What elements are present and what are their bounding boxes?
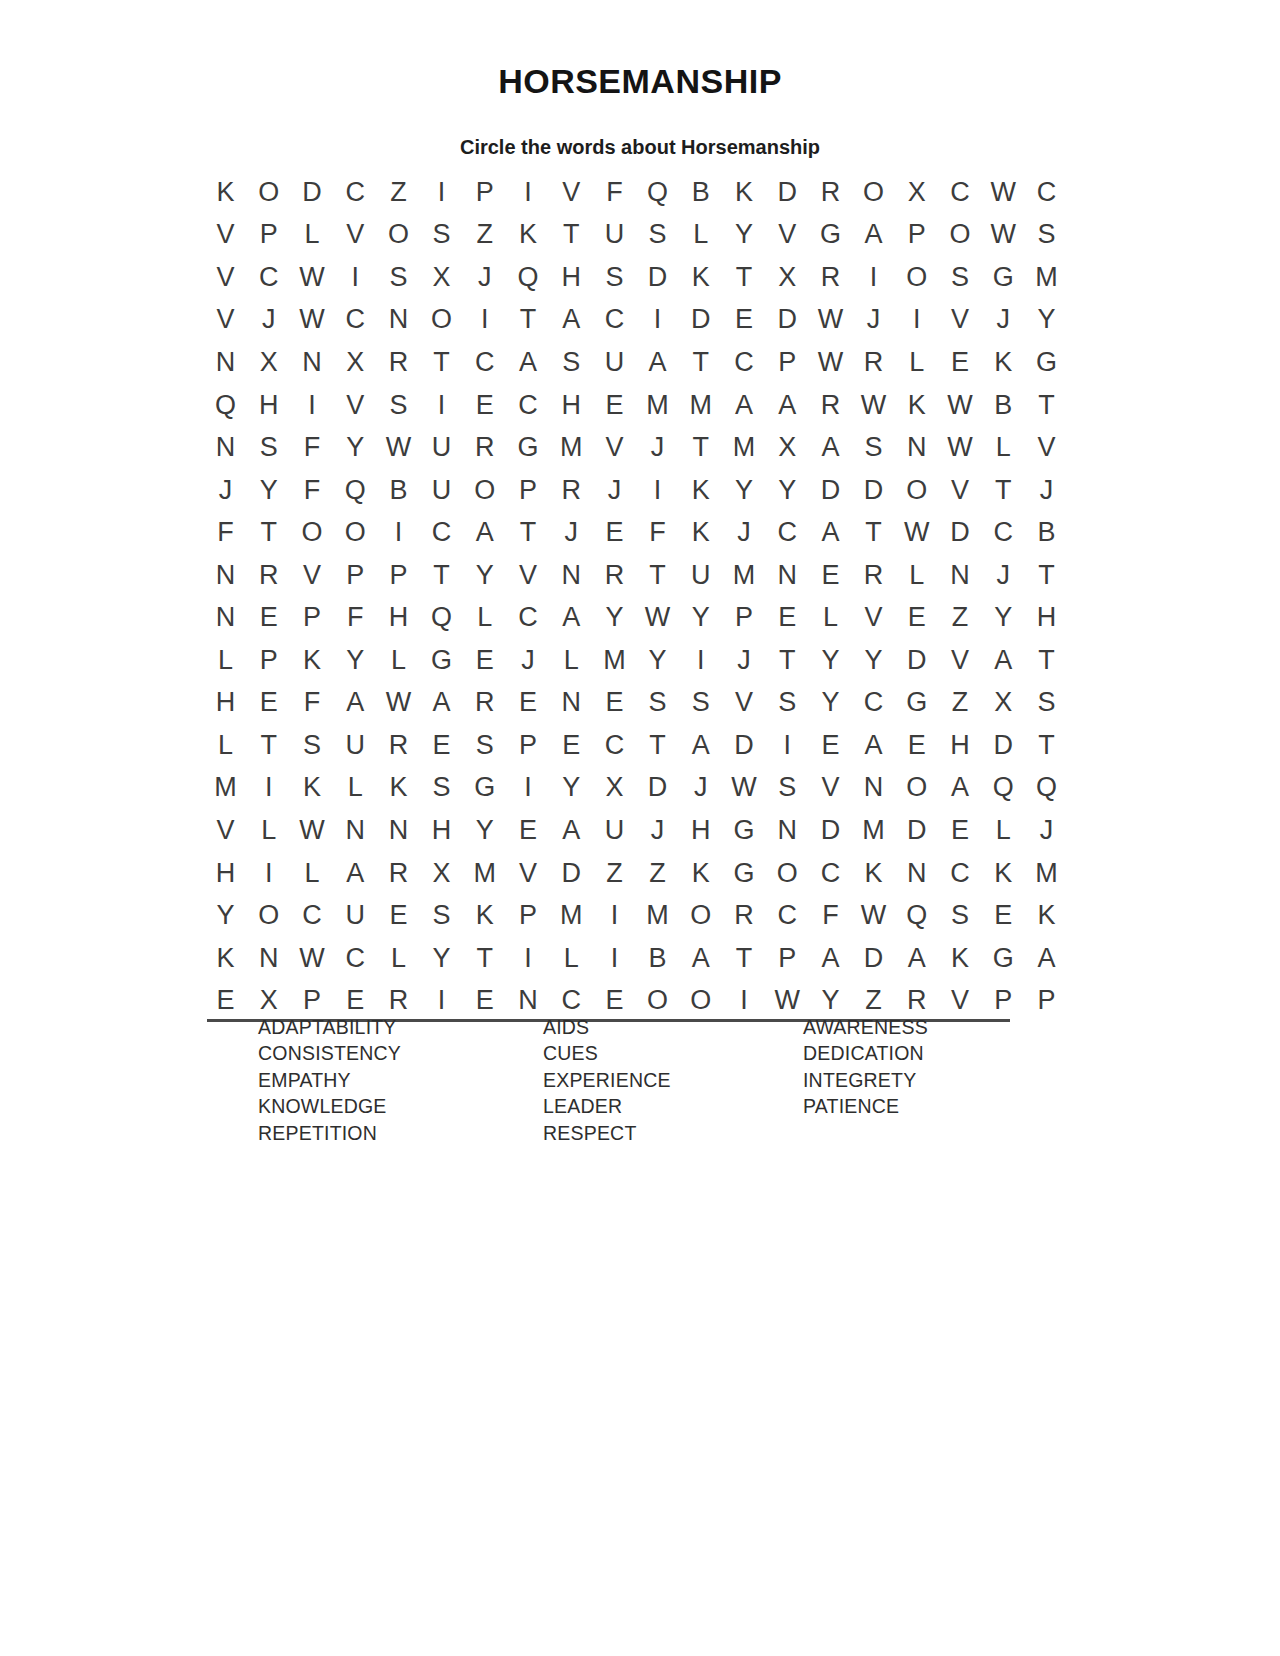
grid-cell[interactable]: M (722, 554, 765, 597)
grid-cell[interactable]: P (247, 639, 290, 682)
grid-cell[interactable]: O (895, 469, 938, 512)
grid-cell[interactable]: W (377, 426, 420, 469)
grid-cell[interactable]: K (895, 384, 938, 427)
grid-cell[interactable]: P (334, 554, 377, 597)
grid-cell[interactable]: O (377, 214, 420, 257)
grid-cell[interactable]: M (1025, 256, 1068, 299)
grid-cell[interactable]: W (377, 682, 420, 725)
grid-cell[interactable]: N (938, 554, 981, 597)
grid-cell[interactable]: F (290, 426, 333, 469)
grid-cell[interactable]: J (982, 299, 1025, 342)
grid-cell[interactable]: U (593, 214, 636, 257)
grid-cell[interactable]: N (766, 554, 809, 597)
grid-cell[interactable]: A (334, 682, 377, 725)
grid-cell[interactable]: M (550, 894, 593, 937)
grid-cell[interactable]: R (809, 256, 852, 299)
grid-cell[interactable]: N (204, 341, 247, 384)
grid-cell[interactable]: S (636, 214, 679, 257)
grid-cell[interactable]: I (463, 299, 506, 342)
grid-cell[interactable]: T (247, 511, 290, 554)
grid-cell[interactable]: W (938, 426, 981, 469)
grid-cell[interactable]: S (766, 682, 809, 725)
grid-cell[interactable]: C (1025, 171, 1068, 214)
grid-cell[interactable]: C (420, 511, 463, 554)
grid-cell[interactable]: V (852, 596, 895, 639)
grid-cell[interactable]: Z (938, 682, 981, 725)
grid-cell[interactable]: T (636, 724, 679, 767)
grid-cell[interactable]: E (895, 724, 938, 767)
grid-cell[interactable]: I (506, 937, 549, 980)
grid-cell[interactable]: Q (895, 894, 938, 937)
grid-cell[interactable]: I (593, 937, 636, 980)
grid-cell[interactable]: E (247, 596, 290, 639)
grid-cell[interactable]: E (550, 724, 593, 767)
grid-cell[interactable]: F (593, 171, 636, 214)
grid-cell[interactable]: O (247, 894, 290, 937)
grid-cell[interactable]: C (506, 384, 549, 427)
grid-cell[interactable]: A (463, 511, 506, 554)
grid-cell[interactable]: Y (679, 596, 722, 639)
grid-cell[interactable]: C (506, 596, 549, 639)
grid-cell[interactable]: V (506, 852, 549, 895)
grid-cell[interactable]: S (766, 767, 809, 810)
grid-cell[interactable]: E (593, 511, 636, 554)
grid-cell[interactable]: P (377, 554, 420, 597)
grid-cell[interactable]: I (247, 852, 290, 895)
grid-cell[interactable]: F (290, 682, 333, 725)
grid-cell[interactable]: G (463, 767, 506, 810)
grid-cell[interactable]: X (895, 171, 938, 214)
grid-cell[interactable]: A (809, 511, 852, 554)
grid-cell[interactable]: Q (204, 384, 247, 427)
grid-cell[interactable]: O (420, 299, 463, 342)
grid-cell[interactable]: L (895, 341, 938, 384)
grid-cell[interactable]: C (463, 341, 506, 384)
grid-cell[interactable]: Z (377, 171, 420, 214)
grid-cell[interactable]: O (463, 469, 506, 512)
grid-cell[interactable]: V (204, 809, 247, 852)
grid-cell[interactable]: S (636, 682, 679, 725)
grid-cell[interactable]: Y (420, 937, 463, 980)
grid-cell[interactable]: D (982, 724, 1025, 767)
grid-cell[interactable]: I (377, 511, 420, 554)
grid-cell[interactable]: O (679, 894, 722, 937)
grid-cell[interactable]: S (938, 894, 981, 937)
grid-cell[interactable]: H (550, 256, 593, 299)
grid-cell[interactable]: E (593, 682, 636, 725)
grid-cell[interactable]: L (247, 809, 290, 852)
grid-cell[interactable]: V (593, 426, 636, 469)
grid-cell[interactable]: A (852, 214, 895, 257)
grid-cell[interactable]: N (334, 809, 377, 852)
grid-cell[interactable]: W (982, 214, 1025, 257)
grid-cell[interactable]: R (809, 384, 852, 427)
grid-cell[interactable]: V (550, 171, 593, 214)
grid-cell[interactable]: H (550, 384, 593, 427)
grid-cell[interactable]: C (766, 894, 809, 937)
grid-cell[interactable]: O (334, 511, 377, 554)
grid-cell[interactable]: U (420, 469, 463, 512)
grid-cell[interactable]: G (809, 214, 852, 257)
grid-cell[interactable]: Y (334, 426, 377, 469)
grid-cell[interactable]: A (550, 809, 593, 852)
grid-cell[interactable]: M (1025, 852, 1068, 895)
grid-cell[interactable]: L (204, 639, 247, 682)
grid-cell[interactable]: H (1025, 596, 1068, 639)
grid-cell[interactable]: K (204, 937, 247, 980)
grid-cell[interactable]: Q (1025, 767, 1068, 810)
grid-cell[interactable]: G (895, 682, 938, 725)
grid-cell[interactable]: D (895, 639, 938, 682)
grid-cell[interactable]: T (722, 256, 765, 299)
grid-cell[interactable]: L (290, 214, 333, 257)
grid-cell[interactable]: S (420, 214, 463, 257)
grid-cell[interactable]: A (766, 384, 809, 427)
grid-cell[interactable]: K (506, 214, 549, 257)
grid-cell[interactable]: C (334, 937, 377, 980)
grid-cell[interactable]: L (550, 639, 593, 682)
grid-cell[interactable]: T (636, 554, 679, 597)
grid-cell[interactable]: F (809, 894, 852, 937)
grid-cell[interactable]: L (334, 767, 377, 810)
grid-cell[interactable]: L (679, 214, 722, 257)
grid-cell[interactable]: S (290, 724, 333, 767)
grid-cell[interactable]: H (938, 724, 981, 767)
grid-cell[interactable]: E (593, 384, 636, 427)
grid-cell[interactable]: F (636, 511, 679, 554)
grid-cell[interactable]: G (506, 426, 549, 469)
grid-cell[interactable]: V (1025, 426, 1068, 469)
grid-cell[interactable]: D (636, 767, 679, 810)
grid-cell[interactable]: V (204, 214, 247, 257)
grid-cell[interactable]: L (809, 596, 852, 639)
grid-cell[interactable]: R (852, 554, 895, 597)
grid-cell[interactable]: B (1025, 511, 1068, 554)
grid-cell[interactable]: N (377, 299, 420, 342)
grid-cell[interactable]: N (377, 809, 420, 852)
grid-cell[interactable]: E (204, 979, 247, 1022)
grid-cell[interactable]: L (982, 809, 1025, 852)
grid-cell[interactable]: T (679, 341, 722, 384)
grid-cell[interactable]: P (506, 894, 549, 937)
grid-cell[interactable]: Y (722, 214, 765, 257)
grid-cell[interactable]: J (593, 469, 636, 512)
grid-cell[interactable]: T (1025, 639, 1068, 682)
grid-cell[interactable]: K (679, 256, 722, 299)
grid-cell[interactable]: O (290, 511, 333, 554)
grid-cell[interactable]: Y (809, 682, 852, 725)
grid-cell[interactable]: J (982, 554, 1025, 597)
grid-cell[interactable]: V (809, 767, 852, 810)
grid-cell[interactable]: T (506, 299, 549, 342)
grid-cell[interactable]: A (506, 341, 549, 384)
grid-cell[interactable]: D (895, 809, 938, 852)
grid-cell[interactable]: C (290, 894, 333, 937)
grid-cell[interactable]: I (506, 171, 549, 214)
grid-cell[interactable]: D (852, 937, 895, 980)
grid-cell[interactable]: U (334, 894, 377, 937)
grid-cell[interactable]: N (550, 554, 593, 597)
grid-cell[interactable]: K (463, 894, 506, 937)
grid-cell[interactable]: I (290, 384, 333, 427)
grid-cell[interactable]: E (809, 554, 852, 597)
grid-cell[interactable]: I (593, 894, 636, 937)
grid-cell[interactable]: W (852, 384, 895, 427)
grid-cell[interactable]: O (766, 852, 809, 895)
grid-cell[interactable]: Y (852, 639, 895, 682)
grid-cell[interactable]: L (204, 724, 247, 767)
grid-cell[interactable]: G (982, 937, 1025, 980)
grid-cell[interactable]: A (550, 596, 593, 639)
grid-cell[interactable]: S (938, 256, 981, 299)
grid-cell[interactable]: N (204, 596, 247, 639)
grid-cell[interactable]: C (334, 299, 377, 342)
grid-cell[interactable]: K (982, 341, 1025, 384)
grid-cell[interactable]: M (722, 426, 765, 469)
grid-cell[interactable]: M (679, 384, 722, 427)
grid-cell[interactable]: X (982, 682, 1025, 725)
grid-cell[interactable]: S (679, 682, 722, 725)
grid-cell[interactable]: P (506, 469, 549, 512)
grid-cell[interactable]: C (809, 852, 852, 895)
grid-cell[interactable]: K (722, 171, 765, 214)
grid-cell[interactable]: Y (766, 469, 809, 512)
grid-cell[interactable]: Q (636, 171, 679, 214)
grid-cell[interactable]: T (1025, 554, 1068, 597)
grid-cell[interactable]: F (204, 511, 247, 554)
grid-cell[interactable]: A (550, 299, 593, 342)
grid-cell[interactable]: N (204, 554, 247, 597)
grid-cell[interactable]: E (938, 341, 981, 384)
grid-cell[interactable]: J (204, 469, 247, 512)
grid-cell[interactable]: Y (636, 639, 679, 682)
grid-cell[interactable]: J (679, 767, 722, 810)
grid-cell[interactable]: B (377, 469, 420, 512)
grid-cell[interactable]: Y (550, 767, 593, 810)
grid-cell[interactable]: W (852, 894, 895, 937)
grid-cell[interactable]: M (593, 639, 636, 682)
grid-cell[interactable]: L (377, 937, 420, 980)
grid-cell[interactable]: P (766, 937, 809, 980)
grid-cell[interactable]: W (809, 341, 852, 384)
grid-cell[interactable]: E (895, 596, 938, 639)
grid-cell[interactable]: Z (593, 852, 636, 895)
grid-cell[interactable]: T (722, 937, 765, 980)
grid-cell[interactable]: G (722, 809, 765, 852)
grid-cell[interactable]: H (204, 682, 247, 725)
grid-cell[interactable]: D (550, 852, 593, 895)
grid-cell[interactable]: I (506, 767, 549, 810)
grid-cell[interactable]: J (636, 809, 679, 852)
grid-cell[interactable]: J (636, 426, 679, 469)
grid-cell[interactable]: E (247, 682, 290, 725)
grid-cell[interactable]: I (895, 299, 938, 342)
grid-cell[interactable]: K (938, 937, 981, 980)
grid-cell[interactable]: W (809, 299, 852, 342)
grid-cell[interactable]: P (982, 979, 1025, 1022)
grid-cell[interactable]: Y (463, 809, 506, 852)
grid-cell[interactable]: I (722, 979, 765, 1022)
grid-cell[interactable]: V (334, 214, 377, 257)
grid-cell[interactable]: P (506, 724, 549, 767)
grid-cell[interactable]: J (852, 299, 895, 342)
grid-cell[interactable]: H (679, 809, 722, 852)
grid-cell[interactable]: B (636, 937, 679, 980)
grid-cell[interactable]: V (334, 384, 377, 427)
grid-cell[interactable]: T (247, 724, 290, 767)
grid-cell[interactable]: J (722, 511, 765, 554)
grid-cell[interactable]: N (247, 937, 290, 980)
grid-cell[interactable]: D (290, 171, 333, 214)
grid-cell[interactable]: K (377, 767, 420, 810)
grid-cell[interactable]: K (204, 171, 247, 214)
grid-cell[interactable]: J (1025, 469, 1068, 512)
grid-cell[interactable]: V (938, 979, 981, 1022)
grid-cell[interactable]: F (290, 469, 333, 512)
grid-cell[interactable]: A (895, 937, 938, 980)
grid-cell[interactable]: R (550, 469, 593, 512)
grid-cell[interactable]: A (679, 724, 722, 767)
grid-cell[interactable]: C (766, 511, 809, 554)
grid-cell[interactable]: R (463, 426, 506, 469)
grid-cell[interactable]: M (463, 852, 506, 895)
grid-cell[interactable]: U (334, 724, 377, 767)
grid-cell[interactable]: V (204, 256, 247, 299)
grid-cell[interactable]: I (766, 724, 809, 767)
grid-cell[interactable]: H (377, 596, 420, 639)
grid-cell[interactable]: N (290, 341, 333, 384)
grid-cell[interactable]: N (204, 426, 247, 469)
grid-cell[interactable]: A (334, 852, 377, 895)
grid-cell[interactable]: Q (420, 596, 463, 639)
grid-cell[interactable]: J (247, 299, 290, 342)
grid-cell[interactable]: M (636, 384, 679, 427)
grid-cell[interactable]: E (982, 894, 1025, 937)
grid-cell[interactable]: N (766, 809, 809, 852)
grid-cell[interactable]: B (982, 384, 1025, 427)
grid-cell[interactable]: D (636, 256, 679, 299)
grid-cell[interactable]: D (766, 171, 809, 214)
grid-cell[interactable]: E (420, 724, 463, 767)
grid-cell[interactable]: I (420, 384, 463, 427)
grid-cell[interactable]: P (290, 596, 333, 639)
grid-cell[interactable]: R (377, 724, 420, 767)
grid-cell[interactable]: C (852, 682, 895, 725)
grid-cell[interactable]: O (247, 171, 290, 214)
grid-cell[interactable]: M (852, 809, 895, 852)
grid-cell[interactable]: N (550, 682, 593, 725)
grid-cell[interactable]: S (463, 724, 506, 767)
grid-cell[interactable]: E (506, 809, 549, 852)
grid-cell[interactable]: J (1025, 809, 1068, 852)
grid-cell[interactable]: D (809, 469, 852, 512)
grid-cell[interactable]: U (593, 809, 636, 852)
grid-cell[interactable]: L (895, 554, 938, 597)
grid-cell[interactable]: R (593, 554, 636, 597)
grid-cell[interactable]: X (420, 256, 463, 299)
grid-cell[interactable]: O (852, 171, 895, 214)
grid-cell[interactable]: V (290, 554, 333, 597)
grid-cell[interactable]: T (1025, 384, 1068, 427)
grid-cell[interactable]: A (1025, 937, 1068, 980)
grid-cell[interactable]: T (1025, 724, 1068, 767)
grid-cell[interactable]: S (1025, 214, 1068, 257)
grid-cell[interactable]: N (852, 767, 895, 810)
grid-cell[interactable]: Y (809, 639, 852, 682)
grid-cell[interactable]: X (420, 852, 463, 895)
grid-cell[interactable]: W (982, 171, 1025, 214)
grid-cell[interactable]: K (852, 852, 895, 895)
grid-cell[interactable]: E (938, 809, 981, 852)
grid-cell[interactable]: X (593, 767, 636, 810)
grid-cell[interactable]: W (722, 767, 765, 810)
grid-cell[interactable]: I (636, 299, 679, 342)
grid-cell[interactable]: T (506, 511, 549, 554)
grid-cell[interactable]: A (982, 639, 1025, 682)
grid-cell[interactable]: K (679, 852, 722, 895)
grid-cell[interactable]: S (1025, 682, 1068, 725)
grid-cell[interactable]: S (420, 767, 463, 810)
grid-cell[interactable]: L (463, 596, 506, 639)
grid-cell[interactable]: Y (722, 469, 765, 512)
grid-cell[interactable]: V (204, 299, 247, 342)
grid-cell[interactable]: E (809, 724, 852, 767)
grid-cell[interactable]: J (550, 511, 593, 554)
grid-cell[interactable]: E (377, 894, 420, 937)
grid-cell[interactable]: S (550, 341, 593, 384)
grid-cell[interactable]: L (290, 852, 333, 895)
grid-cell[interactable]: O (895, 767, 938, 810)
grid-cell[interactable]: Q (506, 256, 549, 299)
grid-cell[interactable]: I (420, 171, 463, 214)
grid-cell[interactable]: P (722, 596, 765, 639)
grid-cell[interactable]: D (852, 469, 895, 512)
grid-cell[interactable]: P (463, 171, 506, 214)
grid-cell[interactable]: R (852, 341, 895, 384)
grid-cell[interactable]: E (506, 682, 549, 725)
grid-cell[interactable]: A (420, 682, 463, 725)
grid-cell[interactable]: E (463, 639, 506, 682)
grid-cell[interactable]: V (938, 639, 981, 682)
grid-cell[interactable]: I (852, 256, 895, 299)
grid-cell[interactable]: K (679, 511, 722, 554)
grid-cell[interactable]: L (377, 639, 420, 682)
grid-cell[interactable]: D (938, 511, 981, 554)
grid-cell[interactable]: V (938, 299, 981, 342)
grid-cell[interactable]: Y (593, 596, 636, 639)
grid-cell[interactable]: V (722, 682, 765, 725)
grid-cell[interactable]: E (722, 299, 765, 342)
grid-cell[interactable]: A (809, 426, 852, 469)
grid-cell[interactable]: R (809, 171, 852, 214)
grid-cell[interactable]: W (290, 256, 333, 299)
grid-cell[interactable]: O (938, 214, 981, 257)
grid-cell[interactable]: Y (247, 469, 290, 512)
grid-cell[interactable]: I (247, 767, 290, 810)
grid-cell[interactable]: L (982, 426, 1025, 469)
grid-cell[interactable]: A (938, 767, 981, 810)
grid-cell[interactable]: F (334, 596, 377, 639)
grid-cell[interactable]: Q (334, 469, 377, 512)
grid-cell[interactable]: Z (463, 214, 506, 257)
grid-cell[interactable]: T (679, 426, 722, 469)
grid-cell[interactable]: C (982, 511, 1025, 554)
grid-cell[interactable]: P (247, 214, 290, 257)
grid-cell[interactable]: R (377, 852, 420, 895)
grid-cell[interactable]: A (636, 341, 679, 384)
grid-cell[interactable]: H (204, 852, 247, 895)
grid-cell[interactable]: Q (982, 767, 1025, 810)
